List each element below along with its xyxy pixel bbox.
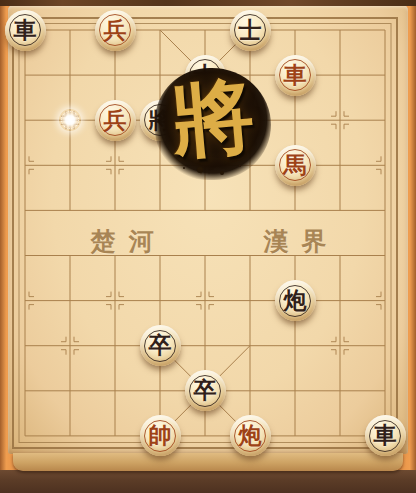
river-label-chu-river: 楚河 bbox=[78, 225, 167, 258]
piece-black-soldier-b[interactable]: 卒 bbox=[185, 370, 226, 411]
piece-black-chariot-b[interactable]: 車 bbox=[365, 415, 406, 456]
piece-black-general[interactable]: 將 bbox=[140, 100, 181, 141]
piece-red-cannon[interactable]: 炮 bbox=[230, 415, 271, 456]
piece-glyph: 炮 bbox=[275, 280, 316, 321]
piece-red-soldier-a[interactable]: 兵 bbox=[95, 10, 136, 51]
piece-glyph: 兵 bbox=[95, 10, 136, 51]
piece-glyph: 車 bbox=[275, 55, 316, 96]
piece-black-soldier-a[interactable]: 卒 bbox=[140, 325, 181, 366]
piece-glyph: 士 bbox=[230, 10, 271, 51]
piece-glyph: 士 bbox=[185, 55, 226, 96]
piece-glyph: 帥 bbox=[140, 415, 181, 456]
piece-black-advisor-a[interactable]: 士 bbox=[230, 10, 271, 51]
piece-glyph: 馬 bbox=[275, 145, 316, 186]
game-screen: 楚河 漢界 車兵士士車兵將馬炮卒卒帥炮車 將 bbox=[0, 0, 416, 493]
piece-black-chariot-a[interactable]: 車 bbox=[5, 10, 46, 51]
piece-glyph: 炮 bbox=[230, 415, 271, 456]
river-label-han-border: 漢界 bbox=[251, 225, 340, 258]
piece-glyph: 車 bbox=[365, 415, 406, 456]
piece-glyph: 兵 bbox=[95, 100, 136, 141]
piece-red-soldier-b[interactable]: 兵 bbox=[95, 100, 136, 141]
piece-black-cannon[interactable]: 炮 bbox=[275, 280, 316, 321]
piece-red-chariot[interactable]: 車 bbox=[275, 55, 316, 96]
last-move-sparkle bbox=[59, 109, 81, 131]
piece-glyph: 卒 bbox=[185, 370, 226, 411]
table-surface bbox=[0, 470, 416, 493]
piece-red-horse[interactable]: 馬 bbox=[275, 145, 316, 186]
table-edge-top bbox=[0, 0, 416, 6]
piece-red-general[interactable]: 帥 bbox=[140, 415, 181, 456]
piece-glyph: 將 bbox=[140, 100, 181, 141]
piece-black-advisor-b[interactable]: 士 bbox=[185, 55, 226, 96]
piece-glyph: 車 bbox=[5, 10, 46, 51]
piece-glyph: 卒 bbox=[140, 325, 181, 366]
board-front-edge bbox=[13, 453, 403, 471]
